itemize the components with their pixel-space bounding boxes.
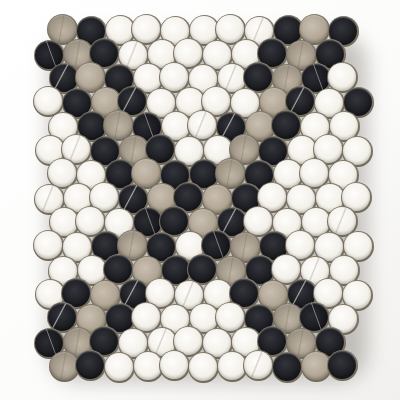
white-marble-stone	[328, 63, 356, 91]
white-marble-stone	[105, 353, 133, 381]
white-marble-stone	[244, 351, 272, 379]
white-marble-stone	[160, 351, 188, 379]
black-marble-stone	[272, 111, 300, 139]
white-marble-stone	[244, 207, 272, 235]
penny-tile	[272, 352, 303, 383]
penny-tile	[104, 352, 135, 383]
gray-marble-stone	[302, 352, 330, 380]
product-photo	[0, 0, 400, 400]
white-marble-stone	[132, 15, 160, 43]
penny-tile	[243, 350, 274, 381]
white-marble-stone	[216, 15, 244, 43]
white-marble-stone	[160, 63, 188, 91]
gray-marble-stone	[48, 15, 76, 43]
white-marble-stone	[76, 207, 104, 235]
white-marble-stone	[328, 207, 356, 235]
white-marble-stone	[300, 159, 328, 187]
black-marble-stone	[104, 255, 132, 283]
white-marble-stone	[34, 231, 62, 259]
penny-tile	[188, 352, 219, 383]
white-marble-stone	[272, 255, 300, 283]
white-marble-stone	[216, 303, 244, 331]
gray-marble-stone	[216, 159, 244, 187]
black-marble-stone	[300, 303, 328, 331]
penny-tile	[75, 350, 106, 381]
black-marble-stone	[76, 351, 104, 379]
black-marble-stone	[188, 255, 216, 283]
black-marble-stone	[244, 63, 272, 91]
white-marble-stone	[218, 352, 246, 380]
white-marble-stone	[134, 352, 162, 380]
gray-marble-stone	[50, 352, 78, 380]
black-marble-stone	[273, 353, 301, 381]
white-marble-stone	[132, 303, 160, 331]
gray-marble-stone	[76, 63, 104, 91]
white-marble-stone	[48, 159, 76, 187]
black-marble-stone	[328, 351, 356, 379]
gray-marble-stone	[300, 15, 328, 43]
penny-tile	[327, 350, 358, 381]
black-marble-stone	[48, 303, 76, 331]
white-marble-stone	[188, 111, 216, 139]
penny-tile	[159, 350, 190, 381]
gray-marble-stone	[132, 159, 160, 187]
white-marble-stone	[189, 353, 217, 381]
black-marble-stone	[160, 207, 188, 235]
white-marble-stone	[34, 87, 62, 115]
gray-marble-stone	[104, 111, 132, 139]
